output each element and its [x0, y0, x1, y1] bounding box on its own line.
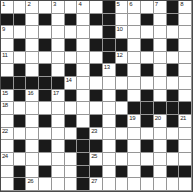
block-cell-r7c5 — [65, 90, 78, 103]
block-cell-r6c4 — [52, 77, 65, 90]
block-cell-r1c11 — [141, 14, 154, 27]
cell-r7c2[interactable]: 16 — [26, 90, 39, 103]
cell-r12c2[interactable] — [26, 153, 39, 166]
block-cell-r3c13 — [167, 39, 180, 52]
clue-number: 24 — [2, 153, 8, 160]
block-cell-r13c13 — [167, 166, 180, 179]
cell-r12c3[interactable] — [39, 153, 52, 166]
clue-number: 23 — [91, 128, 97, 135]
cell-r12c13[interactable] — [167, 153, 180, 166]
cell-r13c4[interactable] — [52, 166, 65, 179]
block-cell-r13c9 — [116, 166, 129, 179]
block-cell-r11c5 — [65, 140, 78, 153]
cell-r12c5[interactable] — [65, 153, 78, 166]
cell-r11c12[interactable] — [154, 140, 167, 153]
block-cell-r7c11 — [141, 90, 154, 103]
cell-r11c8[interactable] — [103, 140, 116, 153]
block-cell-r9c13 — [167, 115, 180, 128]
cell-r1c14[interactable] — [179, 14, 192, 27]
block-cell-r7c9 — [116, 90, 129, 103]
block-cell-r5c1 — [14, 64, 27, 77]
block-cell-r3c11 — [141, 39, 154, 52]
block-cell-r1c13 — [167, 14, 180, 27]
block-cell-r5c5 — [65, 64, 78, 77]
cell-r14c13[interactable] — [167, 178, 180, 191]
block-cell-r3c7 — [90, 39, 103, 52]
cell-r5c4[interactable] — [52, 64, 65, 77]
block-cell-r9c3 — [39, 115, 52, 128]
cell-r8c5[interactable] — [65, 102, 78, 115]
cell-r1c2[interactable] — [26, 14, 39, 27]
cell-r0c3[interactable] — [39, 1, 52, 14]
cell-r2c10[interactable] — [128, 26, 141, 39]
cell-r2c9[interactable]: 10 — [116, 26, 129, 39]
cell-r10c9[interactable] — [116, 128, 129, 141]
cell-r14c2[interactable]: 26 — [26, 178, 39, 191]
cell-r7c14[interactable] — [179, 90, 192, 103]
clue-number: 17 — [53, 90, 59, 97]
block-cell-r3c1 — [14, 39, 27, 52]
cell-r11c4[interactable] — [52, 140, 65, 153]
cell-r9c0[interactable] — [1, 115, 14, 128]
block-cell-r11c3 — [39, 140, 52, 153]
cell-r2c5[interactable] — [65, 26, 78, 39]
cell-r10c0[interactable]: 22 — [1, 128, 14, 141]
block-cell-r3c9 — [116, 39, 129, 52]
block-cell-r6c3 — [39, 77, 52, 90]
block-cell-r11c9 — [116, 140, 129, 153]
cell-r13c10[interactable] — [128, 166, 141, 179]
cell-r13c0[interactable] — [1, 166, 14, 179]
cell-r9c12[interactable]: 20 — [154, 115, 167, 128]
cell-r9c8[interactable] — [103, 115, 116, 128]
cell-r0c6[interactable]: 4 — [77, 1, 90, 14]
cell-r13c12[interactable] — [154, 166, 167, 179]
clue-number: 18 — [2, 102, 8, 109]
cell-r4c14[interactable] — [179, 52, 192, 65]
clue-number: 16 — [27, 90, 33, 97]
cell-r4c11[interactable] — [141, 52, 154, 65]
block-cell-r13c1 — [14, 166, 27, 179]
cell-r3c10[interactable] — [128, 39, 141, 52]
cell-r4c5[interactable] — [65, 52, 78, 65]
cell-r0c1[interactable] — [14, 1, 27, 14]
block-cell-r9c1 — [14, 115, 27, 128]
clue-number: 19 — [129, 115, 135, 122]
cell-r2c7[interactable] — [90, 26, 103, 39]
cell-r10c2[interactable] — [26, 128, 39, 141]
cell-r0c2[interactable]: 2 — [26, 1, 39, 14]
cell-r3c4[interactable] — [52, 39, 65, 52]
cell-r12c1[interactable] — [14, 153, 27, 166]
cell-r7c12[interactable] — [154, 90, 167, 103]
block-cell-r13c6 — [77, 166, 90, 179]
clue-number: 14 — [66, 77, 72, 84]
clue-number: 15 — [2, 90, 8, 97]
block-cell-r6c2 — [26, 77, 39, 90]
cell-r2c2[interactable] — [26, 26, 39, 39]
block-cell-r14c6 — [77, 178, 90, 191]
cell-r10c5[interactable] — [65, 128, 78, 141]
cell-r5c0[interactable] — [1, 64, 14, 77]
block-cell-r11c11 — [141, 140, 154, 153]
cell-r6c6[interactable] — [77, 77, 90, 90]
cell-r7c4[interactable]: 17 — [52, 90, 65, 103]
block-cell-r7c7 — [90, 90, 103, 103]
cell-r12c9[interactable] — [116, 153, 129, 166]
cell-r5c2[interactable] — [26, 64, 39, 77]
cell-r13c8[interactable] — [103, 166, 116, 179]
clue-number: 5 — [117, 1, 120, 8]
cell-r10c7[interactable]: 23 — [90, 128, 103, 141]
cell-r2c13[interactable] — [167, 26, 180, 39]
cell-r12c14[interactable] — [179, 153, 192, 166]
cell-r2c14[interactable] — [179, 26, 192, 39]
cell-r6c5[interactable]: 14 — [65, 77, 78, 90]
block-cell-r9c11 — [141, 115, 154, 128]
clue-number: 20 — [155, 115, 161, 122]
block-cell-r8c13 — [167, 102, 180, 115]
block-cell-r0c13 — [167, 1, 180, 14]
cell-r8c2[interactable] — [26, 102, 39, 115]
block-cell-r13c3 — [39, 166, 52, 179]
cell-r1c4[interactable] — [52, 14, 65, 27]
cell-r14c12[interactable] — [154, 178, 167, 191]
clue-number: 9 — [2, 26, 5, 33]
cell-r2c0[interactable]: 9 — [1, 26, 14, 39]
cell-r9c4[interactable] — [52, 115, 65, 128]
cell-r4c9[interactable]: 12 — [116, 52, 129, 65]
cell-r8c8[interactable] — [103, 102, 116, 115]
block-cell-r7c3 — [39, 90, 52, 103]
cell-r10c12[interactable] — [154, 128, 167, 141]
cell-r10c3[interactable] — [39, 128, 52, 141]
cell-r4c0[interactable]: 11 — [1, 52, 14, 65]
block-cell-r6c1 — [14, 77, 27, 90]
clue-number: 25 — [91, 153, 97, 160]
cell-r0c11[interactable] — [141, 1, 154, 14]
clue-number: 3 — [53, 1, 56, 8]
clue-number: 26 — [27, 178, 33, 185]
cell-r4c13[interactable] — [167, 52, 180, 65]
block-cell-r13c11 — [141, 166, 154, 179]
cell-r6c11[interactable] — [141, 77, 154, 90]
block-cell-r5c3 — [39, 64, 52, 77]
cell-r2c1[interactable] — [14, 26, 27, 39]
cell-r9c6[interactable] — [77, 115, 90, 128]
block-cell-r8c14 — [179, 102, 192, 115]
cell-r1c6[interactable] — [77, 14, 90, 27]
block-cell-r5c9 — [116, 64, 129, 77]
cell-r6c9[interactable] — [116, 77, 129, 90]
cell-r8c1[interactable] — [14, 102, 27, 115]
block-cell-r14c1 — [14, 178, 27, 191]
cell-r4c4[interactable] — [52, 52, 65, 65]
block-cell-r5c11 — [141, 64, 154, 77]
block-cell-r3c8 — [103, 39, 116, 52]
clue-number: 11 — [2, 52, 7, 59]
cell-r10c4[interactable] — [52, 128, 65, 141]
cell-r8c3[interactable] — [39, 102, 52, 115]
cell-r9c14[interactable]: 21 — [179, 115, 192, 128]
cell-r8c7[interactable] — [90, 102, 103, 115]
cell-r4c10[interactable] — [128, 52, 141, 65]
cell-r14c3[interactable] — [39, 178, 52, 191]
cell-r9c10[interactable]: 19 — [128, 115, 141, 128]
block-cell-r1c7 — [90, 14, 103, 27]
clue-number: 8 — [180, 1, 183, 8]
cell-r1c10[interactable] — [128, 14, 141, 27]
block-cell-r3c3 — [39, 39, 52, 52]
block-cell-r7c13 — [167, 90, 180, 103]
cell-r14c9[interactable] — [116, 178, 129, 191]
cell-r1c12[interactable] — [154, 14, 167, 27]
block-cell-r3c5 — [65, 39, 78, 52]
cell-r6c13[interactable] — [167, 77, 180, 90]
cell-r13c5[interactable] — [65, 166, 78, 179]
block-cell-r13c7 — [90, 166, 103, 179]
block-cell-r11c6 — [77, 140, 90, 153]
block-cell-r6c0 — [1, 77, 14, 90]
cell-r7c6[interactable] — [77, 90, 90, 103]
cell-r10c1[interactable] — [14, 128, 27, 141]
block-cell-r10c6 — [77, 128, 90, 141]
cell-r14c8[interactable] — [103, 178, 116, 191]
cell-r2c12[interactable] — [154, 26, 167, 39]
clue-number: 13 — [104, 64, 110, 71]
cell-r0c9[interactable]: 5 — [116, 1, 129, 14]
cell-r11c14[interactable] — [179, 140, 192, 153]
block-cell-r0c8 — [103, 1, 116, 14]
cell-r0c5[interactable] — [65, 1, 78, 14]
cell-r10c10[interactable] — [128, 128, 141, 141]
block-cell-r1c0 — [1, 14, 14, 27]
block-cell-r8c11 — [141, 102, 154, 115]
cell-r6c12[interactable] — [154, 77, 167, 90]
block-cell-r1c8 — [103, 14, 116, 27]
cell-r13c2[interactable] — [26, 166, 39, 179]
block-cell-r13c14 — [179, 166, 192, 179]
cell-r6c8[interactable] — [103, 77, 116, 90]
block-cell-r12c6 — [77, 153, 90, 166]
cell-r7c8[interactable] — [103, 90, 116, 103]
cell-r12c12[interactable] — [154, 153, 167, 166]
cell-r14c10[interactable] — [128, 178, 141, 191]
cell-r3c14[interactable] — [179, 39, 192, 52]
cell-r5c10[interactable] — [128, 64, 141, 77]
cell-r2c6[interactable] — [77, 26, 90, 39]
cell-r5c12[interactable] — [154, 64, 167, 77]
clue-number: 22 — [2, 128, 8, 135]
cell-r12c8[interactable] — [103, 153, 116, 166]
cell-r0c7[interactable] — [90, 1, 103, 14]
cell-r2c11[interactable] — [141, 26, 154, 39]
cell-r14c4[interactable] — [52, 178, 65, 191]
clue-number: 27 — [91, 178, 97, 185]
cell-r0c12[interactable]: 7 — [154, 1, 167, 14]
cell-r12c7[interactable]: 25 — [90, 153, 103, 166]
cell-r10c8[interactable] — [103, 128, 116, 141]
cell-r8c4[interactable] — [52, 102, 65, 115]
cell-r11c2[interactable] — [26, 140, 39, 153]
cell-r14c7[interactable]: 27 — [90, 178, 103, 191]
cell-r3c0[interactable] — [1, 39, 14, 52]
cell-r14c14[interactable] — [179, 178, 192, 191]
cell-r14c11[interactable] — [141, 178, 154, 191]
clue-number: 21 — [180, 115, 186, 122]
block-cell-r4c8 — [103, 52, 116, 65]
block-cell-r11c7 — [90, 140, 103, 153]
block-cell-r2c8 — [103, 26, 116, 39]
cell-r12c11[interactable] — [141, 153, 154, 166]
block-cell-r1c3 — [39, 14, 52, 27]
block-cell-r8c12 — [154, 102, 167, 115]
cell-r3c12[interactable] — [154, 39, 167, 52]
cell-r4c6[interactable] — [77, 52, 90, 65]
cell-r0c0[interactable]: 1 — [1, 1, 14, 14]
block-cell-r5c7 — [90, 64, 103, 77]
cell-r1c9[interactable] — [116, 14, 129, 27]
block-cell-r1c5 — [65, 14, 78, 27]
clue-number: 6 — [129, 1, 132, 8]
clue-number: 10 — [117, 26, 123, 33]
clue-number: 2 — [27, 1, 30, 8]
cell-r4c3[interactable] — [39, 52, 52, 65]
cell-r0c10[interactable]: 6 — [128, 1, 141, 14]
block-cell-r11c1 — [14, 140, 27, 153]
clue-number: 1 — [2, 1, 5, 8]
block-cell-r7c1 — [14, 90, 27, 103]
cell-r2c4[interactable] — [52, 26, 65, 39]
cell-r4c2[interactable] — [26, 52, 39, 65]
cell-r3c2[interactable] — [26, 39, 39, 52]
cell-r11c0[interactable] — [1, 140, 14, 153]
cell-r6c7[interactable] — [90, 77, 103, 90]
cell-r4c1[interactable] — [14, 52, 27, 65]
block-cell-r1c1 — [14, 14, 27, 27]
crossword-grid: 1234567891011121314151617181920212223242… — [0, 0, 193, 192]
cell-r7c0[interactable]: 15 — [1, 90, 14, 103]
clue-number: 7 — [155, 1, 158, 8]
cell-r3c6[interactable] — [77, 39, 90, 52]
cell-r8c6[interactable] — [77, 102, 90, 115]
block-cell-r8c10 — [128, 102, 141, 115]
cell-r14c0[interactable] — [1, 178, 14, 191]
cell-r10c14[interactable] — [179, 128, 192, 141]
cell-r5c14[interactable] — [179, 64, 192, 77]
cell-r4c12[interactable] — [154, 52, 167, 65]
cell-r9c2[interactable] — [26, 115, 39, 128]
cell-r12c0[interactable]: 24 — [1, 153, 14, 166]
cell-r10c11[interactable] — [141, 128, 154, 141]
cell-r5c8[interactable]: 13 — [103, 64, 116, 77]
clue-number: 12 — [117, 52, 123, 59]
cell-r4c7[interactable] — [90, 52, 103, 65]
block-cell-r5c13 — [167, 64, 180, 77]
cell-r5c6[interactable] — [77, 64, 90, 77]
cell-r10c13[interactable] — [167, 128, 180, 141]
cell-r8c9[interactable] — [116, 102, 129, 115]
block-cell-r9c5 — [65, 115, 78, 128]
block-cell-r9c9 — [116, 115, 129, 128]
block-cell-r9c7 — [90, 115, 103, 128]
cell-r8c0[interactable]: 18 — [1, 102, 14, 115]
cell-r6c14[interactable] — [179, 77, 192, 90]
block-cell-r11c13 — [167, 140, 180, 153]
cell-r0c4[interactable]: 3 — [52, 1, 65, 14]
cell-r12c10[interactable] — [128, 153, 141, 166]
clue-number: 4 — [78, 1, 81, 8]
cell-r12c4[interactable] — [52, 153, 65, 166]
cell-r0c14[interactable]: 8 — [179, 1, 192, 14]
cell-r11c10[interactable] — [128, 140, 141, 153]
cell-r6c10[interactable] — [128, 77, 141, 90]
cell-r14c5[interactable] — [65, 178, 78, 191]
cell-r7c10[interactable] — [128, 90, 141, 103]
cell-r2c3[interactable] — [39, 26, 52, 39]
